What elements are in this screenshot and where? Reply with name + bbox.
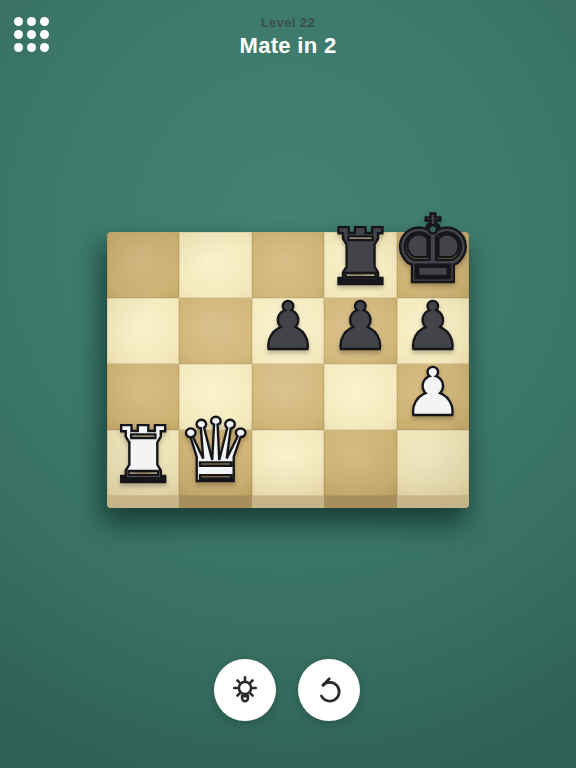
level-label: Level 22	[0, 15, 576, 30]
black-pawn[interactable]: ♟	[331, 294, 390, 360]
board-edge-segment	[324, 496, 396, 508]
page-title: Mate in 2	[0, 33, 576, 59]
square-d1[interactable]	[324, 430, 396, 496]
black-king[interactable]: ♚	[391, 203, 475, 297]
hint-button[interactable]	[214, 659, 276, 721]
square-b4[interactable]	[179, 232, 251, 298]
black-pawn[interactable]: ♟	[403, 294, 462, 360]
undo-arrow-icon	[313, 674, 345, 706]
lightbulb-icon	[229, 674, 261, 706]
square-c1[interactable]	[252, 430, 324, 496]
black-pawn[interactable]: ♟	[258, 294, 317, 360]
chess-board[interactable]: ♜♚♟♟♟♟♜♛	[107, 232, 469, 496]
board-edge-segment	[252, 496, 324, 508]
board-edge-segment	[397, 496, 469, 508]
square-e2[interactable]: ♟	[397, 364, 469, 430]
white-rook[interactable]: ♜	[108, 416, 178, 494]
square-c2[interactable]	[252, 364, 324, 430]
white-pawn[interactable]: ♟	[403, 360, 462, 426]
undo-button[interactable]	[298, 659, 360, 721]
header: Level 22 Mate in 2	[0, 0, 576, 59]
square-b3[interactable]	[179, 298, 251, 364]
square-a4[interactable]	[107, 232, 179, 298]
square-d3[interactable]: ♟	[324, 298, 396, 364]
square-a1[interactable]: ♜	[107, 430, 179, 496]
white-queen[interactable]: ♛	[176, 407, 255, 495]
board-container: ♜♚♟♟♟♟♜♛	[107, 232, 469, 508]
square-a3[interactable]	[107, 298, 179, 364]
square-b1[interactable]: ♛	[179, 430, 251, 496]
square-d2[interactable]	[324, 364, 396, 430]
square-e1[interactable]	[397, 430, 469, 496]
black-rook[interactable]: ♜	[325, 218, 395, 296]
square-c3[interactable]: ♟	[252, 298, 324, 364]
